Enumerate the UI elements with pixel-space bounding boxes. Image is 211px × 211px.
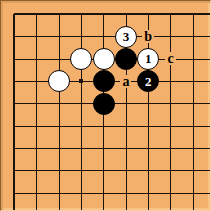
point-label-c: c: [165, 52, 175, 65]
white-stone: [93, 48, 115, 70]
white-stone: [70, 48, 92, 70]
go-board-diagram: 312abc: [0, 0, 211, 211]
black-stone: [93, 70, 115, 92]
white-stone-move-3: 3: [115, 26, 137, 48]
point-label-a: a: [120, 75, 131, 88]
point-label-b: b: [142, 30, 154, 43]
black-stone: [93, 93, 115, 115]
black-stone: [115, 48, 137, 70]
go-board-grid: 312abc: [3, 3, 211, 211]
star-point: [79, 79, 83, 83]
white-stone-move-1: 1: [137, 48, 159, 70]
white-stone: [48, 70, 70, 92]
black-stone-move-2: 2: [137, 70, 159, 92]
